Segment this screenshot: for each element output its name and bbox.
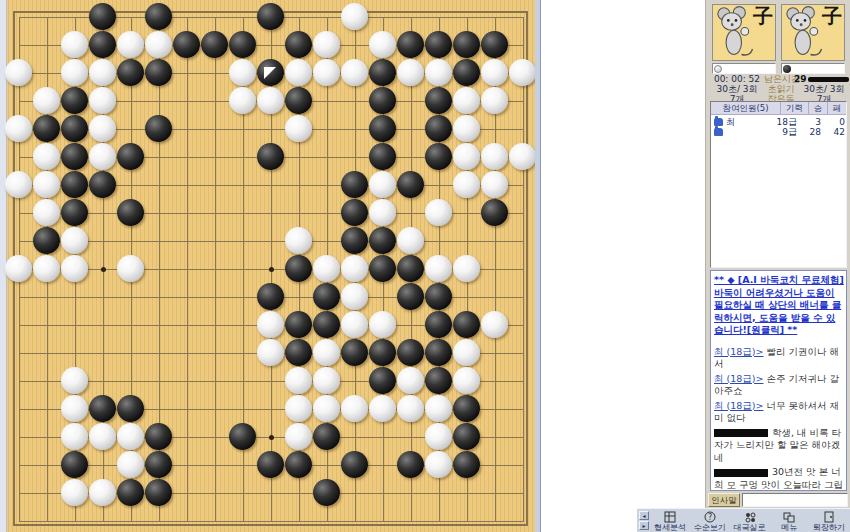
black-stone[interactable] [453, 423, 480, 450]
white-stone[interactable] [341, 283, 368, 310]
white-stone[interactable] [61, 255, 88, 282]
black-stone[interactable] [61, 115, 88, 142]
toolbar-button-question[interactable]: ?수순보기 [691, 510, 729, 532]
remaining-time-label: 남은시간 [764, 74, 798, 84]
white-stone[interactable] [33, 143, 60, 170]
byoyomi-label: 초읽기 [764, 84, 798, 94]
white-stone[interactable] [33, 171, 60, 198]
black-stone[interactable] [117, 479, 144, 506]
bottom-toolbar: ◂ ▸ 형세분석?수순보기대국실로메뉴퇴장하기 [637, 508, 850, 532]
black-stone[interactable] [285, 255, 312, 282]
white-stone[interactable] [425, 423, 452, 450]
white-stone[interactable] [481, 87, 508, 114]
white-stone[interactable] [453, 143, 480, 170]
black-stone[interactable] [369, 339, 396, 366]
chat-input[interactable] [742, 493, 848, 507]
white-stone[interactable] [313, 395, 340, 422]
game-info-sidebar: 子 子 00: 00: 52 남은시간 29 [705, 0, 850, 510]
black-stone[interactable] [397, 283, 424, 310]
white-stone[interactable] [89, 115, 116, 142]
black-stone[interactable] [117, 143, 144, 170]
white-stone[interactable] [369, 395, 396, 422]
white-stone[interactable] [89, 479, 116, 506]
black-stone[interactable] [285, 311, 312, 338]
black-byoyomi: 30초/ 3회 [798, 84, 850, 94]
black-stone[interactable] [229, 423, 256, 450]
white-stone[interactable] [117, 255, 144, 282]
white-stone[interactable] [5, 171, 32, 198]
white-stone[interactable] [61, 367, 88, 394]
white-player-avatar: 子 [712, 4, 776, 61]
white-stone[interactable] [313, 367, 340, 394]
white-avatar-badge: 子 [753, 5, 773, 27]
black-avatar-badge: 子 [822, 5, 842, 27]
participant-rank: 9급 [769, 127, 797, 138]
black-stone[interactable] [89, 395, 116, 422]
white-stone[interactable] [453, 87, 480, 114]
white-stone[interactable] [341, 3, 368, 30]
black-player-avatar: 子 [781, 4, 845, 61]
white-stone[interactable] [5, 255, 32, 282]
black-stone[interactable] [257, 451, 284, 478]
black-stone[interactable] [313, 311, 340, 338]
chat-message: 최 (18급)>빨리 기권이나 해서 [714, 346, 844, 371]
white-stone[interactable] [285, 59, 312, 86]
exit-door-icon [823, 511, 835, 523]
white-stone[interactable] [33, 199, 60, 226]
white-stone[interactable] [481, 59, 508, 86]
white-stone[interactable] [89, 143, 116, 170]
black-stone[interactable] [145, 423, 172, 450]
white-stone[interactable] [341, 59, 368, 86]
white-stone[interactable] [397, 59, 424, 86]
white-stone[interactable] [33, 87, 60, 114]
white-stone-icon [714, 65, 722, 73]
white-stone[interactable] [313, 255, 340, 282]
black-stone[interactable] [61, 87, 88, 114]
black-stone[interactable] [397, 339, 424, 366]
black-stone[interactable] [285, 339, 312, 366]
white-stone[interactable] [425, 199, 452, 226]
white-stone[interactable] [257, 339, 284, 366]
go-board[interactable] [0, 0, 535, 532]
black-stone[interactable] [453, 395, 480, 422]
white-stone[interactable] [453, 255, 480, 282]
white-stone[interactable] [61, 227, 88, 254]
white-stone[interactable] [509, 59, 536, 86]
black-stone-indicator [781, 63, 845, 74]
white-stone[interactable] [397, 395, 424, 422]
black-stone[interactable] [257, 283, 284, 310]
white-stone[interactable] [481, 171, 508, 198]
white-stone[interactable] [425, 59, 452, 86]
white-stone[interactable] [61, 395, 88, 422]
black-stone[interactable] [117, 199, 144, 226]
white-stone[interactable] [5, 59, 32, 86]
white-stone[interactable] [89, 59, 116, 86]
black-stone[interactable] [257, 59, 284, 86]
white-stone[interactable] [313, 59, 340, 86]
participant-row[interactable]: 9급2842 [711, 127, 846, 138]
chat-panel: ** ◆ [A.I 바둑코치 무료체험] 바둑이 어려우셨거나 도움이 필요하실… [710, 270, 847, 491]
toolbar-button-exit-door[interactable]: 퇴장하기 [810, 510, 848, 532]
thumbs-up-icon [714, 118, 723, 126]
black-stone[interactable] [369, 59, 396, 86]
chat-message: 30년전 맛 본 너희 모 구멍 맛이 오늘따라 그립구나 [714, 466, 844, 491]
white-stone[interactable] [61, 59, 88, 86]
black-time-left: 29 [794, 74, 807, 84]
toolbar-button-label: 대국실로 [731, 523, 769, 532]
black-stone[interactable] [313, 479, 340, 506]
black-stone[interactable] [341, 451, 368, 478]
white-stone[interactable] [285, 227, 312, 254]
white-stone[interactable] [397, 367, 424, 394]
black-stone[interactable] [313, 283, 340, 310]
white-stone[interactable] [369, 31, 396, 58]
scroll-right-arrow-button[interactable]: ▸ [639, 521, 649, 530]
black-stone[interactable] [453, 31, 480, 58]
white-stone[interactable] [89, 87, 116, 114]
white-stone[interactable] [257, 87, 284, 114]
chat-message: 최 (18급)>너무 못하셔서 재미 없다 [714, 400, 844, 425]
toolbar-button-label: 형세분석 [651, 523, 689, 532]
white-stone[interactable] [117, 423, 144, 450]
byoyomi-row: 30초/ 3회 초읽기 30초/ 3회 [706, 84, 850, 94]
chat-sender-name[interactable]: 최 (18급)> [714, 373, 763, 384]
white-stone[interactable] [285, 115, 312, 142]
black-stone[interactable] [173, 31, 200, 58]
black-stone[interactable] [89, 31, 116, 58]
white-stone[interactable] [5, 115, 32, 142]
white-stone[interactable] [341, 255, 368, 282]
black-stone[interactable] [341, 171, 368, 198]
white-stone[interactable] [229, 59, 256, 86]
white-stone[interactable] [257, 311, 284, 338]
black-stone[interactable] [425, 311, 452, 338]
star-point [269, 435, 274, 440]
white-stone[interactable] [481, 143, 508, 170]
black-stone[interactable] [425, 115, 452, 142]
black-stone[interactable] [89, 171, 116, 198]
toolbar-button-label: 수순보기 [691, 523, 729, 532]
black-stone[interactable] [425, 143, 452, 170]
stones-icon [744, 511, 756, 523]
white-stone[interactable] [453, 115, 480, 142]
black-stone[interactable] [369, 227, 396, 254]
participants-header: 참여인원(5) 기력 승 패 [711, 102, 846, 115]
black-time-progress-bar [808, 77, 849, 82]
white-stone[interactable] [453, 171, 480, 198]
star-point [269, 267, 274, 272]
black-stone[interactable] [397, 31, 424, 58]
black-stone[interactable] [145, 59, 172, 86]
participant-wins: 28 [799, 127, 821, 138]
toolbar-button-label: 메뉴 [770, 523, 808, 532]
black-stone[interactable] [285, 451, 312, 478]
black-stone[interactable] [425, 339, 452, 366]
scroll-left-arrow-button[interactable]: ◂ [639, 511, 649, 520]
black-stone[interactable] [425, 31, 452, 58]
white-stone[interactable] [369, 311, 396, 338]
header-rank: 기력 [781, 102, 809, 115]
white-stone[interactable] [313, 31, 340, 58]
star-point [101, 267, 106, 272]
black-stone[interactable] [453, 311, 480, 338]
toolbar-button-label: 퇴장하기 [810, 523, 848, 532]
black-stone[interactable] [117, 395, 144, 422]
black-stone[interactable] [453, 59, 480, 86]
black-stone[interactable] [33, 115, 60, 142]
chat-message: 최 (18급)>손주 기저귀나 갈아주쇼 [714, 373, 844, 398]
ai-coach-notice: ** ◆ [A.I 바둑코치 무료체험] 바둑이 어려우셨거나 도움이 필요하실… [714, 274, 844, 337]
black-stone[interactable] [117, 59, 144, 86]
greeting-button[interactable]: 인사말 [708, 493, 740, 507]
white-stone-indicator [712, 63, 776, 74]
header-participants: 참여인원(5) [711, 102, 781, 115]
analysis-grid-icon [664, 511, 676, 523]
white-stone[interactable] [117, 451, 144, 478]
black-stone[interactable] [61, 171, 88, 198]
white-stone[interactable] [425, 255, 452, 282]
black-stone[interactable] [201, 31, 228, 58]
black-stone[interactable] [397, 255, 424, 282]
black-stone[interactable] [257, 143, 284, 170]
black-stone[interactable] [313, 423, 340, 450]
black-stone[interactable] [257, 3, 284, 30]
white-stone[interactable] [285, 367, 312, 394]
grid-line-v [523, 17, 524, 522]
black-stone[interactable] [453, 451, 480, 478]
white-stone[interactable] [453, 367, 480, 394]
thumbs-up-icon [714, 128, 723, 136]
participant-losses: 42 [823, 127, 845, 138]
menu-windows-icon [783, 511, 795, 523]
black-stone[interactable] [481, 31, 508, 58]
white-stone[interactable] [285, 423, 312, 450]
white-stone[interactable] [453, 339, 480, 366]
black-stone[interactable] [89, 3, 116, 30]
black-stone[interactable] [369, 255, 396, 282]
white-stone[interactable] [61, 479, 88, 506]
white-stone[interactable] [341, 395, 368, 422]
black-stone[interactable] [341, 339, 368, 366]
censored-name-bar [714, 429, 768, 437]
white-stone[interactable] [285, 395, 312, 422]
question-icon: ? [704, 511, 716, 523]
black-stone[interactable] [369, 367, 396, 394]
white-stone[interactable] [89, 423, 116, 450]
black-stone[interactable] [33, 227, 60, 254]
black-stone[interactable] [341, 227, 368, 254]
black-stone[interactable] [481, 199, 508, 226]
white-stone[interactable] [481, 311, 508, 338]
white-stone[interactable] [425, 395, 452, 422]
black-stone[interactable] [61, 199, 88, 226]
black-stone-icon [783, 65, 791, 73]
toolbar-button-stones[interactable]: 대국실로 [731, 510, 769, 532]
white-stone[interactable] [509, 143, 536, 170]
black-stone[interactable] [425, 367, 452, 394]
white-byoyomi: 30초/ 3회 [708, 84, 766, 94]
black-stone[interactable] [397, 171, 424, 198]
baduk-client-window: 子 子 00: 00: 52 남은시간 29 [0, 0, 850, 532]
chat-sender-name[interactable]: 최 (18급)> [714, 400, 763, 411]
black-stone[interactable] [369, 143, 396, 170]
black-stone[interactable] [285, 31, 312, 58]
white-stone[interactable] [145, 31, 172, 58]
black-stone[interactable] [145, 115, 172, 142]
grid-line-h [19, 521, 524, 522]
menu-button[interactable]: 메뉴 [770, 510, 808, 532]
censored-name-bar [714, 469, 768, 477]
chat-sender-name[interactable]: 최 (18급)> [714, 346, 763, 357]
white-stone[interactable] [61, 423, 88, 450]
white-stone[interactable] [229, 87, 256, 114]
black-stone[interactable] [425, 87, 452, 114]
white-stone[interactable] [61, 31, 88, 58]
black-stone[interactable] [229, 31, 256, 58]
black-stone[interactable] [425, 283, 452, 310]
header-wins: 승 [809, 102, 828, 115]
svg-text:?: ? [708, 513, 712, 522]
toolbar-button-analysis-grid[interactable]: 형세분석 [651, 510, 689, 532]
board-window-edge [535, 0, 541, 532]
last-move-triangle-marker [264, 67, 276, 79]
black-stone[interactable] [285, 87, 312, 114]
participants-list[interactable]: 참여인원(5) 기력 승 패 최18급309급2842 [710, 101, 847, 268]
remaining-time-row: 00: 00: 52 남은시간 29 [706, 74, 850, 84]
header-losses: 패 [828, 102, 846, 115]
white-stone[interactable] [397, 227, 424, 254]
white-stone[interactable] [425, 451, 452, 478]
black-stone[interactable] [341, 199, 368, 226]
black-stone[interactable] [369, 87, 396, 114]
white-stone[interactable] [313, 339, 340, 366]
black-stone[interactable] [145, 3, 172, 30]
black-stone[interactable] [397, 451, 424, 478]
black-stone[interactable] [369, 115, 396, 142]
white-stone[interactable] [369, 199, 396, 226]
black-stone[interactable] [61, 451, 88, 478]
chat-message: 학생, 내 비록 타자가 느리지만 할 말은 해야겠네 [714, 427, 844, 465]
black-stone[interactable] [145, 479, 172, 506]
black-stone[interactable] [61, 143, 88, 170]
toolbar-scroll-arrows: ◂ ▸ [639, 511, 649, 531]
white-stone[interactable] [369, 171, 396, 198]
white-clock: 00: 00: 52 [708, 74, 766, 84]
white-stone[interactable] [33, 255, 60, 282]
black-stone[interactable] [145, 451, 172, 478]
white-stone[interactable] [117, 31, 144, 58]
white-stone[interactable] [341, 311, 368, 338]
